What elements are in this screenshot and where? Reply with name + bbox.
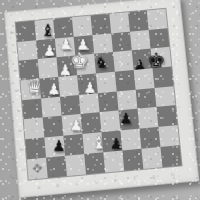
square-f5 (115, 70, 136, 91)
square-d8 (72, 16, 93, 37)
square-h5 (153, 67, 174, 88)
corner-ornament: ✥ (27, 157, 48, 179)
square-h4 (154, 86, 175, 107)
square-g1 (141, 147, 162, 169)
piece-white-pawn: ♟ (73, 38, 92, 53)
file-label: a (31, 182, 46, 192)
square-a4 (22, 98, 43, 119)
square-f6 (113, 51, 134, 72)
square-c2 (63, 134, 84, 156)
square-h8 (147, 9, 168, 30)
square-g2 (139, 127, 160, 149)
square-b5: ♟ (39, 77, 60, 98)
square-d6: ♚ (75, 54, 96, 75)
square-b3 (43, 116, 64, 137)
file-label: b (50, 180, 65, 190)
piece-black-pawn: ♟ (116, 112, 135, 127)
square-d1 (84, 152, 105, 174)
square-b7: ♟ (36, 38, 56, 59)
square-a2 (25, 138, 46, 160)
square-g5 (134, 68, 155, 89)
square-f4 (117, 90, 138, 111)
file-label: e (108, 175, 123, 185)
file-label: h (165, 170, 180, 180)
square-c8 (53, 17, 73, 38)
file-label: c (70, 178, 85, 188)
square-e4 (98, 91, 119, 112)
square-f3: ♟ (119, 109, 140, 130)
square-h7 (149, 28, 170, 49)
square-a6 (19, 59, 39, 80)
square-d2: ♝ (82, 132, 103, 154)
square-c6: ♟ (57, 56, 78, 77)
square-a3 (24, 118, 45, 139)
square-e6: ♞ (94, 52, 115, 73)
square-e5 (96, 72, 117, 93)
square-a1: ✥ (27, 157, 48, 179)
square-c7: ♟ (55, 37, 76, 58)
square-h2 (158, 125, 179, 147)
square-c1 (65, 154, 86, 176)
square-b4 (41, 96, 62, 117)
square-e7 (92, 33, 113, 54)
piece-white-pawn: ♟ (56, 38, 75, 53)
square-g4 (136, 88, 157, 109)
square-e8 (91, 14, 112, 35)
square-g8 (128, 10, 149, 31)
square-g6: ♟ (132, 49, 153, 70)
square-b1 (46, 156, 67, 178)
square-f7 (111, 31, 132, 52)
square-b2: ♟ (44, 136, 65, 158)
square-f8 (109, 12, 130, 33)
square-g7 (130, 30, 151, 51)
square-e1 (103, 150, 124, 172)
square-f1 (122, 149, 143, 171)
square-h3 (156, 106, 177, 127)
square-b8: ♝ (34, 19, 54, 40)
square-d4 (79, 93, 100, 114)
file-label: d (89, 177, 104, 187)
square-c3: ♟ (62, 114, 83, 135)
square-a8 (16, 21, 36, 42)
square-a5: ♛ (20, 79, 41, 100)
file-label: g (146, 171, 161, 181)
square-h1 (160, 145, 181, 167)
piece-black-knight: ♞ (92, 55, 111, 71)
square-d7: ♟ (74, 35, 95, 56)
square-e2: ♟ (101, 131, 122, 153)
chess-board-mat: 87654321 abcdefgh ♝♟♟♟♟♚♞♟♚♛♟♟♟♟♟♝♟✥ (4, 0, 199, 198)
square-h6: ♚ (151, 47, 172, 68)
square-f2 (120, 129, 141, 151)
square-e3 (100, 111, 121, 132)
board-squares: ♝♟♟♟♟♚♞♟♚♛♟♟♟♟♟♝♟✥ (16, 9, 182, 179)
square-c4 (60, 95, 81, 116)
square-c5 (58, 75, 79, 96)
square-g3 (138, 107, 159, 128)
square-b6 (38, 58, 59, 79)
square-d3 (81, 113, 102, 134)
square-d5: ♟ (77, 74, 98, 95)
file-label: f (127, 173, 142, 183)
scene: 87654321 abcdefgh ♝♟♟♟♟♚♞♟♚♛♟♟♟♟♟♝♟✥ (0, 0, 200, 200)
square-a7 (17, 40, 37, 61)
photo: 87654321 abcdefgh ♝♟♟♟♟♚♞♟♚♛♟♟♟♟♟♝♟✥ (0, 0, 200, 200)
